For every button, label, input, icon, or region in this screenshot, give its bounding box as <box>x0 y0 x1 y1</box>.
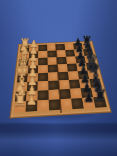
square-h3 <box>37 100 49 111</box>
square-f6 <box>69 79 81 88</box>
square-h1: ♜ <box>14 101 27 112</box>
square-f5 <box>59 80 70 90</box>
square-h2: ♟ <box>26 100 38 111</box>
square-e1: ♚ <box>17 74 28 83</box>
square-e2: ♟ <box>27 73 38 82</box>
square-f3 <box>38 81 49 91</box>
square-d3 <box>38 65 48 73</box>
square-d2: ♟ <box>28 65 38 73</box>
chess-board: ♜♟♟♜♞♟♟♞♝♟♟♝♛♟♟♛♚♟♟♚♝♟♟♝♞♟♟♞♜♟♟♜ <box>9 41 111 119</box>
square-h8: ♜ <box>93 97 107 108</box>
square-e8: ♚ <box>88 70 100 79</box>
square-h5 <box>60 99 72 110</box>
board-scene: ♜♟♟♜♞♟♟♞♝♟♟♝♛♟♟♛♚♟♟♚♝♟♟♝♞♟♟♞♜♟♟♜ <box>15 29 101 117</box>
